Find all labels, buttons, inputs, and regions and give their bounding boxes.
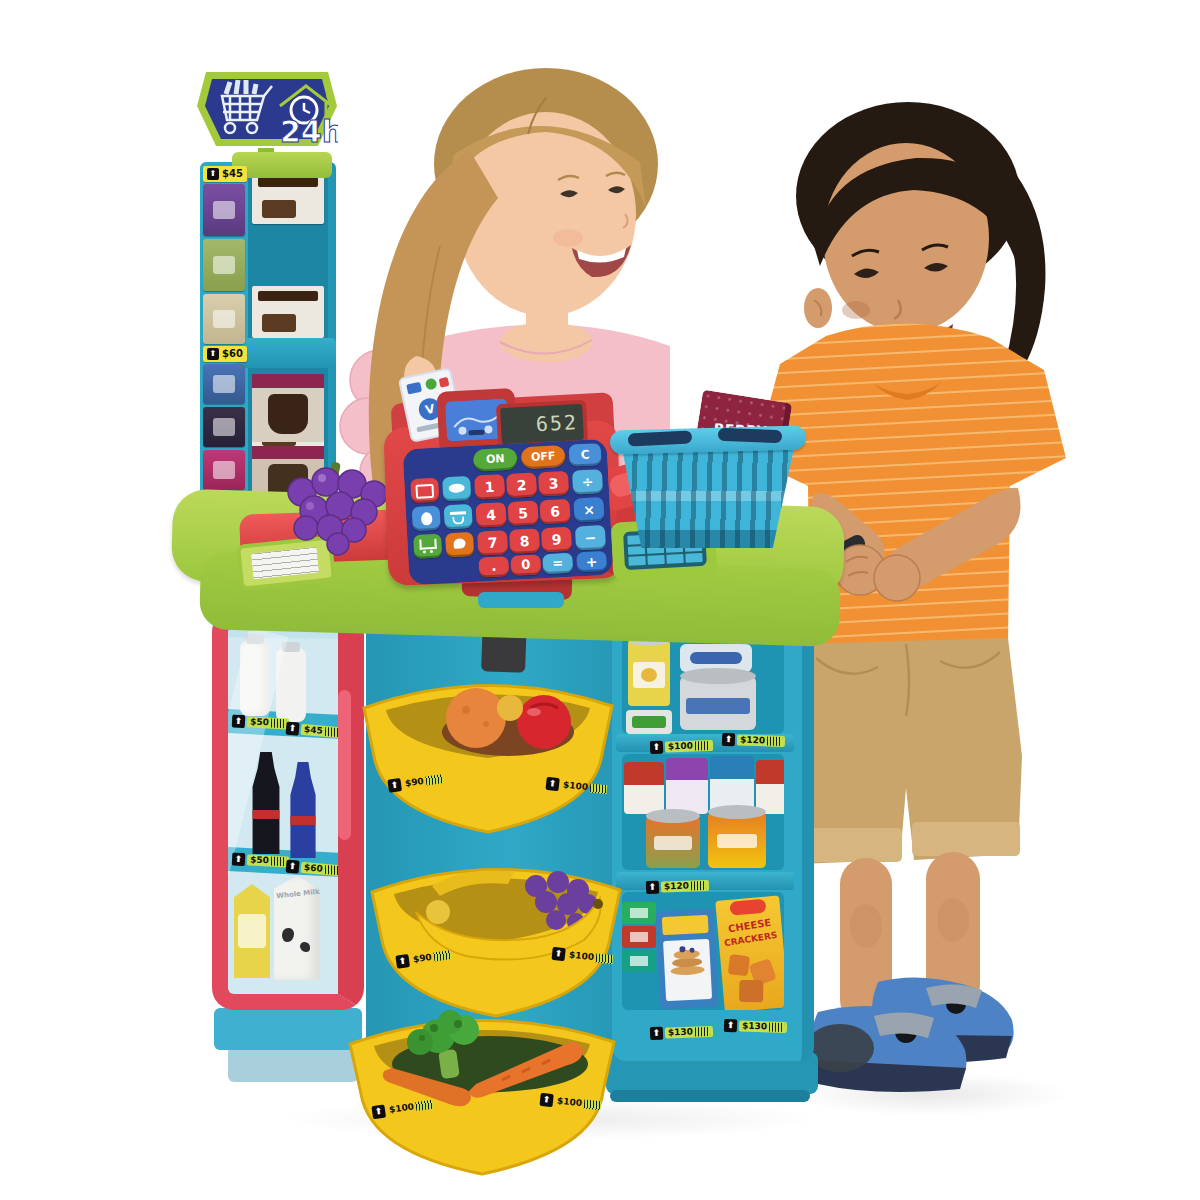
boy-shorts <box>796 638 1022 864</box>
egg-key[interactable] <box>412 506 441 531</box>
digit-key[interactable]: 5 <box>507 500 538 526</box>
price-tag-tower-mid: ⬆ $60 <box>203 346 247 362</box>
barcode <box>596 953 614 964</box>
groceries-key[interactable] <box>410 478 439 503</box>
digit-key[interactable]: 2 <box>506 472 537 498</box>
up-arrow-icon: ⬆ <box>286 860 300 874</box>
pancake-mix-box <box>655 909 718 1010</box>
cheese-crackers-box: CHEESE CRACKERS <box>715 895 784 1010</box>
up-arrow-icon: ⬆ <box>371 1105 386 1120</box>
boy-blush <box>842 301 870 319</box>
store-sign: 24h <box>196 58 338 154</box>
meat-key[interactable] <box>445 532 474 557</box>
basket-handle <box>718 428 782 443</box>
toy-orange <box>446 688 506 748</box>
price-tag-shelf: ⬆ $100 <box>650 739 713 754</box>
price-text: $50 <box>250 717 269 727</box>
multiply-key[interactable]: × <box>573 497 604 523</box>
digit-key[interactable]: 9 <box>541 527 572 553</box>
price-text: $90 <box>404 777 424 789</box>
product-card <box>203 364 245 404</box>
up-arrow-icon: ⬆ <box>232 853 246 867</box>
barcode <box>691 881 706 891</box>
barcode <box>433 950 451 961</box>
barcode <box>767 736 782 746</box>
divide-key[interactable]: ÷ <box>572 469 603 495</box>
barcode <box>695 741 710 751</box>
price-text: $100 <box>557 1097 583 1109</box>
juice-carton <box>234 884 270 978</box>
tower-cap <box>232 152 332 178</box>
barcode <box>769 1022 784 1032</box>
price-text: $45 <box>222 169 243 179</box>
up-arrow-icon: ⬆ <box>539 1093 553 1107</box>
barcode <box>271 857 286 867</box>
milk-carton-label: Whole Milk <box>276 888 321 901</box>
up-arrow-icon: ⬆ <box>650 741 663 754</box>
clear-key[interactable]: C <box>569 443 602 467</box>
barcode <box>415 1100 433 1111</box>
up-arrow-icon: ⬆ <box>722 733 735 746</box>
price-tag-shelf: ⬆ $130 <box>650 1025 713 1040</box>
price-text: $130 <box>668 1028 693 1038</box>
bin-vegetables <box>322 992 642 1187</box>
bin-fruit <box>338 658 638 843</box>
basket-body <box>618 446 798 548</box>
chocolate-pack <box>252 286 324 338</box>
price-text: $100 <box>389 1102 415 1114</box>
price-text: $60 <box>222 349 243 359</box>
digit-key[interactable]: 3 <box>538 471 569 497</box>
sign-24h-text: 24h <box>280 114 338 149</box>
milk-carton: Whole Milk <box>274 876 320 980</box>
price-text: $50 <box>250 855 269 865</box>
on-key[interactable]: ON <box>473 447 518 471</box>
cola-bottle-blue <box>288 762 318 858</box>
soup-pack <box>666 758 708 814</box>
off-key[interactable]: OFF <box>521 445 566 469</box>
up-arrow-icon: ⬆ <box>286 722 300 736</box>
soup-can <box>646 816 700 868</box>
barcode <box>584 1099 602 1110</box>
product-card <box>203 239 245 291</box>
digit-key[interactable]: 1 <box>474 474 505 500</box>
register-keypad: ON OFF C 1 2 3 4 5 6 7 8 9 . 0 = ÷ × − + <box>403 439 614 585</box>
price-text: $100 <box>563 781 589 793</box>
digit-key[interactable]: 8 <box>509 528 540 554</box>
product-card <box>203 407 245 447</box>
up-arrow-icon: ⬆ <box>551 947 565 961</box>
product-card <box>203 294 245 344</box>
tower-crossbar <box>236 338 336 368</box>
dessert-card <box>252 374 324 442</box>
price-text: $60 <box>304 863 324 874</box>
dot-key[interactable]: . <box>478 556 509 578</box>
up-arrow-icon: ⬆ <box>232 715 246 729</box>
zero-key[interactable]: 0 <box>510 554 541 576</box>
plus-key[interactable]: + <box>576 551 607 573</box>
equals-key[interactable]: = <box>542 553 573 575</box>
barcode <box>324 727 338 737</box>
price-text: $45 <box>304 725 324 736</box>
digit-key[interactable]: 6 <box>539 499 570 525</box>
card-letter: V <box>424 402 436 418</box>
fridge-window: Whole Milk ⬆ $50 ⬆ $45 ⬆ $50 ⬆ $60 <box>228 626 338 994</box>
shelf-recess-mid <box>622 754 784 870</box>
up-arrow-icon: ⬆ <box>387 778 402 793</box>
display-digits: 652 <box>535 410 578 436</box>
toy-supermarket-photo: 24h ⬆ $45 ⬆ <box>0 0 1200 1200</box>
scale-key[interactable] <box>444 504 473 529</box>
minus-key[interactable]: − <box>575 525 606 551</box>
register-foot <box>478 592 564 608</box>
price-tag-shelf: ⬆ $120 <box>722 733 785 748</box>
cart-key[interactable] <box>413 534 442 559</box>
digit-key[interactable]: 7 <box>477 530 508 556</box>
price-tag-shelf: ⬆ $130 <box>724 1019 787 1034</box>
barcode <box>425 774 443 785</box>
magazine-card-strip <box>203 184 247 347</box>
price-tag-shelf: ⬆ $120 <box>646 879 709 894</box>
barcode <box>271 719 286 729</box>
product-card <box>203 450 245 490</box>
shopping-basket <box>610 420 806 552</box>
up-arrow-icon: ⬆ <box>207 348 219 360</box>
girl-blush <box>553 229 583 247</box>
price-text: $120 <box>740 736 765 746</box>
boy-fist-right <box>874 555 920 601</box>
soup-pack <box>756 760 784 814</box>
up-arrow-icon: ⬆ <box>545 777 559 791</box>
up-arrow-icon: ⬆ <box>646 881 659 894</box>
up-arrow-icon: ⬆ <box>207 168 219 180</box>
bread-key[interactable] <box>442 476 471 501</box>
barcode <box>324 865 338 875</box>
barcode <box>590 783 608 794</box>
product-card <box>203 184 245 236</box>
price-text: $120 <box>664 882 689 892</box>
chocolate-pack <box>252 172 324 224</box>
large-can <box>680 676 756 730</box>
price-text: $100 <box>569 951 595 963</box>
shelf-recess-bottom: CHEESE CRACKERS <box>622 892 784 1010</box>
price-text: $90 <box>412 953 432 965</box>
up-arrow-icon: ⬆ <box>724 1019 737 1032</box>
price-text: $130 <box>742 1022 767 1032</box>
soup-can <box>708 812 766 868</box>
digit-key[interactable]: 4 <box>476 502 507 528</box>
barcode <box>695 1027 710 1037</box>
up-arrow-icon: ⬆ <box>650 1027 663 1040</box>
price-tag-tower-top: ⬆ $45 <box>203 166 247 182</box>
price-text: $100 <box>668 742 693 752</box>
up-arrow-icon: ⬆ <box>395 954 410 969</box>
